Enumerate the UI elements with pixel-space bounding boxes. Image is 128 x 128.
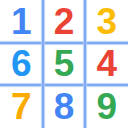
cell-r2c1[interactable]: 6 xyxy=(0,43,43,86)
cell-r3c3[interactable]: 9 xyxy=(85,85,128,128)
grid-line-horizontal-2 xyxy=(0,84,128,86)
cell-r1c2[interactable]: 2 xyxy=(43,0,86,43)
cell-r1c3[interactable]: 3 xyxy=(85,0,128,43)
sudoku-board: 1 2 3 6 5 4 7 8 9 xyxy=(0,0,128,128)
grid-line-vertical-2 xyxy=(84,0,86,128)
cell-r2c2[interactable]: 5 xyxy=(43,43,86,86)
cell-r3c2[interactable]: 8 xyxy=(43,85,86,128)
cell-r2c3[interactable]: 4 xyxy=(85,43,128,86)
cell-r3c1[interactable]: 7 xyxy=(0,85,43,128)
grid-line-vertical-1 xyxy=(42,0,44,128)
cell-r1c1[interactable]: 1 xyxy=(0,0,43,43)
grid-line-horizontal-1 xyxy=(0,42,128,44)
